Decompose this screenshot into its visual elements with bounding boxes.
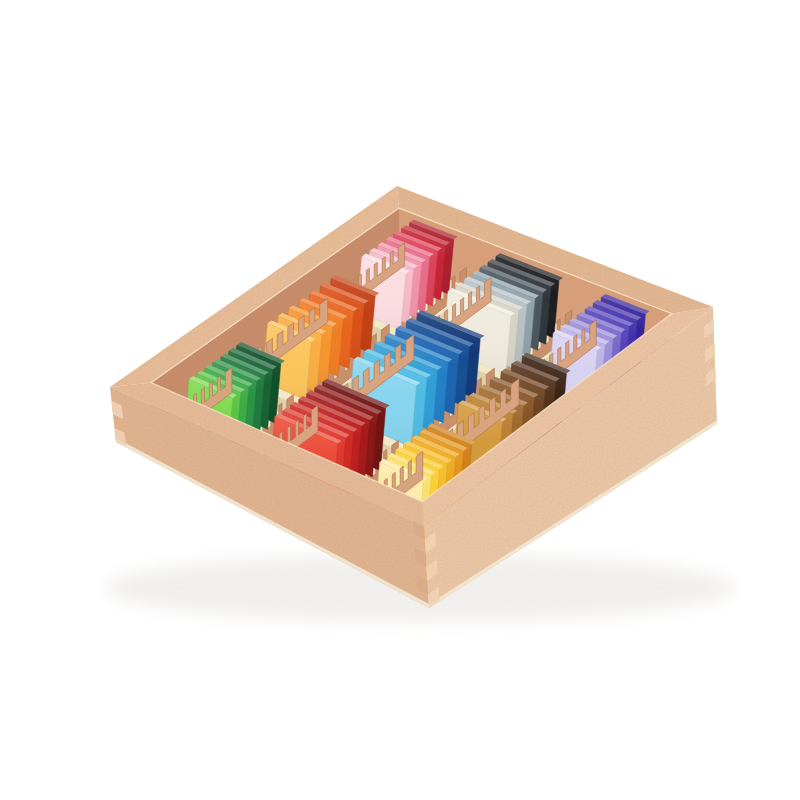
montessori-color-box-photo xyxy=(0,0,800,800)
product-photo xyxy=(0,0,800,800)
